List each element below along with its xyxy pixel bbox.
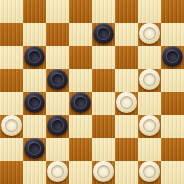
square-h6[interactable]	[161, 46, 184, 69]
square-g8	[138, 0, 161, 23]
white-man-g1[interactable]	[139, 161, 160, 182]
square-f6[interactable]	[115, 46, 138, 69]
square-f2[interactable]	[115, 138, 138, 161]
square-d5	[69, 69, 92, 92]
white-man-g3[interactable]	[139, 115, 160, 136]
square-e6	[92, 46, 115, 69]
square-e8	[92, 0, 115, 23]
square-a6	[0, 46, 23, 69]
white-man-c1[interactable]	[47, 161, 68, 182]
square-h7	[161, 23, 184, 46]
square-d2[interactable]	[69, 138, 92, 161]
square-g7[interactable]	[138, 23, 161, 46]
black-man-c5[interactable]	[47, 69, 68, 90]
black-man-b2[interactable]	[24, 138, 45, 159]
square-a1[interactable]	[0, 161, 23, 184]
white-man-a3[interactable]	[1, 115, 22, 136]
square-b1	[23, 161, 46, 184]
square-e1[interactable]	[92, 161, 115, 184]
square-f5	[115, 69, 138, 92]
square-d8[interactable]	[69, 0, 92, 23]
square-c1[interactable]	[46, 161, 69, 184]
black-man-h6[interactable]	[162, 46, 183, 67]
square-a5[interactable]	[0, 69, 23, 92]
square-c8	[46, 0, 69, 23]
square-e2	[92, 138, 115, 161]
white-man-e1[interactable]	[93, 161, 114, 182]
square-d7	[69, 23, 92, 46]
square-b8[interactable]	[23, 0, 46, 23]
square-h1	[161, 161, 184, 184]
square-g5[interactable]	[138, 69, 161, 92]
square-d6[interactable]	[69, 46, 92, 69]
square-d1	[69, 161, 92, 184]
square-a2	[0, 138, 23, 161]
square-g4	[138, 92, 161, 115]
square-h8[interactable]	[161, 0, 184, 23]
square-e3[interactable]	[92, 115, 115, 138]
square-b2[interactable]	[23, 138, 46, 161]
square-g6	[138, 46, 161, 69]
white-man-g7[interactable]	[139, 23, 160, 44]
black-man-e7[interactable]	[93, 23, 114, 44]
square-h5	[161, 69, 184, 92]
square-d3	[69, 115, 92, 138]
square-d4[interactable]	[69, 92, 92, 115]
white-man-g5[interactable]	[139, 69, 160, 90]
square-g3[interactable]	[138, 115, 161, 138]
black-man-d4[interactable]	[70, 92, 91, 113]
square-e7[interactable]	[92, 23, 115, 46]
white-man-f4[interactable]	[116, 92, 137, 113]
square-e5[interactable]	[92, 69, 115, 92]
black-man-b6[interactable]	[24, 46, 45, 67]
square-c5[interactable]	[46, 69, 69, 92]
square-b6[interactable]	[23, 46, 46, 69]
square-g2	[138, 138, 161, 161]
checkers-board	[0, 0, 184, 184]
square-h2[interactable]	[161, 138, 184, 161]
square-a7[interactable]	[0, 23, 23, 46]
square-b7	[23, 23, 46, 46]
square-h4[interactable]	[161, 92, 184, 115]
square-c3[interactable]	[46, 115, 69, 138]
square-f8[interactable]	[115, 0, 138, 23]
square-c6	[46, 46, 69, 69]
black-man-c3[interactable]	[47, 115, 68, 136]
square-f1	[115, 161, 138, 184]
square-a8	[0, 0, 23, 23]
square-c7[interactable]	[46, 23, 69, 46]
square-f7	[115, 23, 138, 46]
square-f3	[115, 115, 138, 138]
square-b4[interactable]	[23, 92, 46, 115]
square-e4	[92, 92, 115, 115]
square-a3[interactable]	[0, 115, 23, 138]
square-b3	[23, 115, 46, 138]
square-g1[interactable]	[138, 161, 161, 184]
square-f4[interactable]	[115, 92, 138, 115]
square-a4	[0, 92, 23, 115]
square-c2	[46, 138, 69, 161]
square-h3	[161, 115, 184, 138]
square-c4	[46, 92, 69, 115]
black-man-b4[interactable]	[24, 92, 45, 113]
square-b5	[23, 69, 46, 92]
